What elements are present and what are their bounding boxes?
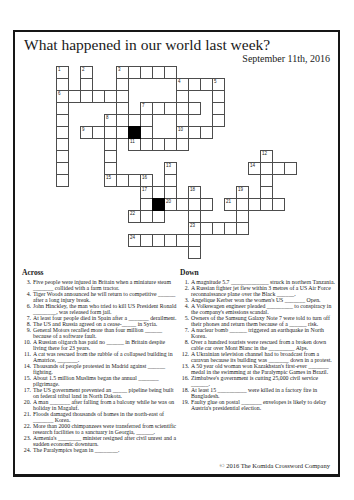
clue-item: 5.Owners of the Samsung Galaxy Note 7 we… bbox=[180, 315, 336, 327]
clue-item-number: 24. bbox=[22, 447, 31, 453]
clue-item-number: 19. bbox=[180, 399, 189, 411]
clue-number: 6 bbox=[58, 91, 61, 96]
grid-cell: 12 bbox=[260, 150, 273, 163]
clue-item: 2.A Russian fighter jet flew within 3 me… bbox=[180, 285, 336, 297]
clue-number: 14 bbox=[250, 163, 255, 168]
grid-cell bbox=[200, 198, 213, 211]
clue-item-number: 3. bbox=[22, 279, 31, 291]
clue-item-number: 4. bbox=[22, 291, 31, 303]
clue-item-text: A Russian fighter jet flew within 3 metr… bbox=[191, 285, 336, 297]
clue-item-number: 18. bbox=[180, 387, 189, 399]
clue-item-text: General Motors recalled more than four m… bbox=[33, 327, 179, 339]
down-clue-list: 1.A magnitude 5.7 _____________ struck i… bbox=[180, 279, 336, 411]
grid-cell bbox=[236, 222, 249, 235]
grid-cell bbox=[56, 78, 69, 91]
clue-item-text: Owners of the Samsung Galaxy Note 7 were… bbox=[191, 315, 336, 327]
clue-number: 1 bbox=[58, 67, 61, 72]
grid-cell bbox=[212, 114, 225, 127]
clue-item: 20.A man _______ after falling from a ba… bbox=[22, 399, 179, 411]
clue-item-text: A cat was rescued from the rubble of a c… bbox=[33, 351, 179, 363]
grid-cell bbox=[284, 162, 297, 175]
across-section: Across 3.Five people were injured in Bri… bbox=[22, 268, 179, 453]
grid-cell bbox=[80, 78, 93, 91]
down-section: Down 1.A magnitude 5.7 _____________ str… bbox=[180, 268, 336, 411]
clue-item: 11.A cat was rescued from the rubble of … bbox=[22, 351, 179, 363]
clue-item-number: 10. bbox=[22, 339, 31, 351]
puzzle-date: September 11th, 2016 bbox=[242, 53, 330, 64]
clue-item-text: Armenia's ________ minister resigned aft… bbox=[33, 435, 179, 447]
clue-item: 13.A 50 year old woman won Kazakhstan's … bbox=[180, 363, 336, 375]
clue-item: 19.Faulty glue on postal _______ envelop… bbox=[180, 399, 336, 411]
clue-item-text: A nuclear bomb ______ triggered an earth… bbox=[191, 327, 336, 339]
grid-cell bbox=[188, 210, 201, 223]
crossword-grid: 345678910111415161720212223241212131819 bbox=[56, 66, 297, 259]
grid-cell: 18 bbox=[188, 186, 201, 199]
puzzle-page: What happened in our world last week? Se… bbox=[0, 0, 354, 500]
grid-cell bbox=[176, 138, 189, 151]
grid-cell bbox=[272, 198, 285, 211]
clue-item-number: 11. bbox=[22, 351, 31, 363]
clue-number: 15 bbox=[106, 175, 111, 180]
clue-item: 4.Tiger Woods announced he will return t… bbox=[22, 291, 179, 303]
grid-cell bbox=[56, 174, 69, 187]
grid-cell bbox=[152, 210, 165, 223]
clue-number: 23 bbox=[190, 223, 195, 228]
clue-number: 5 bbox=[214, 79, 217, 84]
clue-item-text: John Hinckley, the man who tried to kill… bbox=[33, 303, 179, 315]
clue-item-number: 21. bbox=[22, 411, 31, 423]
clue-item: 3.Five people were injured in Britain wh… bbox=[22, 279, 179, 291]
clue-item: 6.John Hinckley, the man who tried to ki… bbox=[22, 303, 179, 315]
clue-item-text: Tiger Woods announced he will return to … bbox=[33, 291, 179, 303]
clue-item: 7.A nuclear bomb ______ triggered an ear… bbox=[180, 327, 336, 339]
clue-item-number: 14. bbox=[22, 363, 31, 375]
down-header: Down bbox=[180, 268, 336, 277]
black-cell bbox=[152, 198, 165, 211]
clue-number: 3 bbox=[118, 67, 121, 72]
clue-item-text: A 50 year old woman won Kazakhstan's fir… bbox=[191, 363, 336, 375]
grid-cell: 19 bbox=[236, 186, 249, 199]
clue-number: 18 bbox=[190, 187, 195, 192]
clue-item-text: A man _______ after falling from a balco… bbox=[33, 399, 179, 411]
clue-item-number: 23. bbox=[22, 435, 31, 447]
black-cell bbox=[128, 126, 141, 139]
clue-item-number: 13. bbox=[180, 363, 189, 375]
grid-cell bbox=[176, 114, 189, 127]
grid-cell bbox=[236, 210, 249, 223]
clue-item-number: 22. bbox=[22, 423, 31, 435]
clue-item-number: 4. bbox=[180, 303, 189, 315]
grid-cell bbox=[164, 174, 177, 187]
clue-item-text: Floods damaged thousands of homes in the… bbox=[33, 411, 179, 423]
clue-item-number: 7. bbox=[180, 327, 189, 339]
clue-item-text: Over a hundred tourists were rescued fro… bbox=[191, 339, 336, 351]
clue-item: 24.The Paralympics began in ________. bbox=[22, 447, 179, 453]
page-title: What happened in our world last week? bbox=[24, 36, 270, 54]
grid-cell bbox=[116, 78, 129, 91]
clue-number: 4 bbox=[178, 79, 181, 84]
clue-number: 20 bbox=[166, 199, 171, 204]
clue-item-number: 8. bbox=[180, 339, 189, 351]
grid-cell bbox=[176, 90, 189, 103]
clue-item: 18.At least 15 __________ were killed in… bbox=[180, 387, 336, 399]
clue-item-number: 5. bbox=[180, 315, 189, 327]
clue-item: 21.Floods damaged thousands of homes in … bbox=[22, 411, 179, 423]
clue-item-number: 12. bbox=[180, 351, 189, 363]
clue-number: 9 bbox=[82, 127, 85, 132]
clue-item: 10.A Russian oligarch has paid no ______… bbox=[22, 339, 179, 351]
clue-item-number: 9. bbox=[22, 327, 31, 339]
clue-item-text: Thousands of people protested in Madrid … bbox=[33, 363, 179, 375]
grid-cell bbox=[188, 102, 201, 115]
clue-item-text: Zimbabwe's government is cutting 25,000 … bbox=[191, 375, 336, 387]
clue-item-text: Faulty glue on postal _______ envelopes … bbox=[191, 399, 336, 411]
clue-item: 14.Thousands of people protested in Madr… bbox=[22, 363, 179, 375]
clue-number: 7 bbox=[142, 103, 145, 108]
clue-item-text: The Paralympics began in ________. bbox=[33, 447, 179, 453]
clue-item: 17.The US government prevented an _____ … bbox=[22, 387, 179, 399]
clue-item-text: Five people were injured in Britain when… bbox=[33, 279, 179, 291]
grid-cell bbox=[200, 126, 213, 139]
clue-item: 23.Armenia's ________ minister resigned … bbox=[22, 435, 179, 447]
clue-number: 2 bbox=[82, 67, 85, 72]
clue-number: 24 bbox=[130, 235, 135, 240]
grid-cell bbox=[260, 186, 273, 199]
clue-item-number: 15. bbox=[22, 375, 31, 387]
clue-item-text: The US government prevented an _____ pip… bbox=[33, 387, 179, 399]
clue-item: 22.More than 2000 chimpanzees were trans… bbox=[22, 423, 179, 435]
clue-item: 8.Over a hundred tourists were rescued f… bbox=[180, 339, 336, 351]
clue-item-text: A Volkswagen engineer pleaded _________ … bbox=[191, 303, 336, 315]
clue-item-text: About 1.5 million Muslims began the annu… bbox=[33, 375, 179, 387]
clue-item-text: More than 2000 chimpanzees were transfer… bbox=[33, 423, 179, 435]
grid-cell bbox=[116, 102, 129, 115]
clue-item-number: 2. bbox=[180, 285, 189, 297]
clue-item-number: 20. bbox=[22, 399, 31, 411]
clue-number: 8 bbox=[106, 115, 109, 120]
grid-cell bbox=[140, 126, 153, 139]
clue-item-text: A Ukrainian television channel had to br… bbox=[191, 351, 336, 363]
clue-number: 10 bbox=[178, 127, 183, 132]
clue-item: 16.Zimbabwe's government is cutting 25,0… bbox=[180, 375, 336, 387]
clue-item: 9.General Motors recalled more than four… bbox=[22, 327, 179, 339]
copyright: © 2016 The Komida Crossword Company bbox=[220, 462, 330, 469]
clue-number: 12 bbox=[262, 151, 267, 156]
clue-item: 12.A Ukrainian television channel had to… bbox=[180, 351, 336, 363]
clue-item-text: A Russian oligarch has paid no ______ in… bbox=[33, 339, 179, 351]
across-header: Across bbox=[22, 268, 179, 277]
clue-number: 22 bbox=[130, 211, 135, 216]
grid-cell bbox=[188, 246, 201, 259]
clue-number: 21 bbox=[226, 199, 231, 204]
grid-cell bbox=[104, 162, 117, 175]
clue-item-number: 17. bbox=[22, 387, 31, 399]
across-clue-list: 3.Five people were injured in Britain wh… bbox=[22, 279, 179, 453]
clue-item-number: 6. bbox=[22, 303, 31, 315]
clue-number: 11 bbox=[130, 139, 135, 144]
clue-number: 19 bbox=[238, 187, 243, 192]
clue-number: 16 bbox=[142, 175, 147, 180]
clue-item: 4.A Volkswagen engineer pleaded ________… bbox=[180, 303, 336, 315]
clue-item-number: 16. bbox=[180, 375, 189, 387]
clue-item: 15.About 1.5 million Muslims began the a… bbox=[22, 375, 179, 387]
clue-number: 17 bbox=[142, 187, 147, 192]
clue-item-text: At least 15 __________ were killed in a … bbox=[191, 387, 336, 399]
page-frame: What happened in our world last week? Se… bbox=[13, 30, 340, 477]
clue-number: 13 bbox=[166, 163, 171, 168]
